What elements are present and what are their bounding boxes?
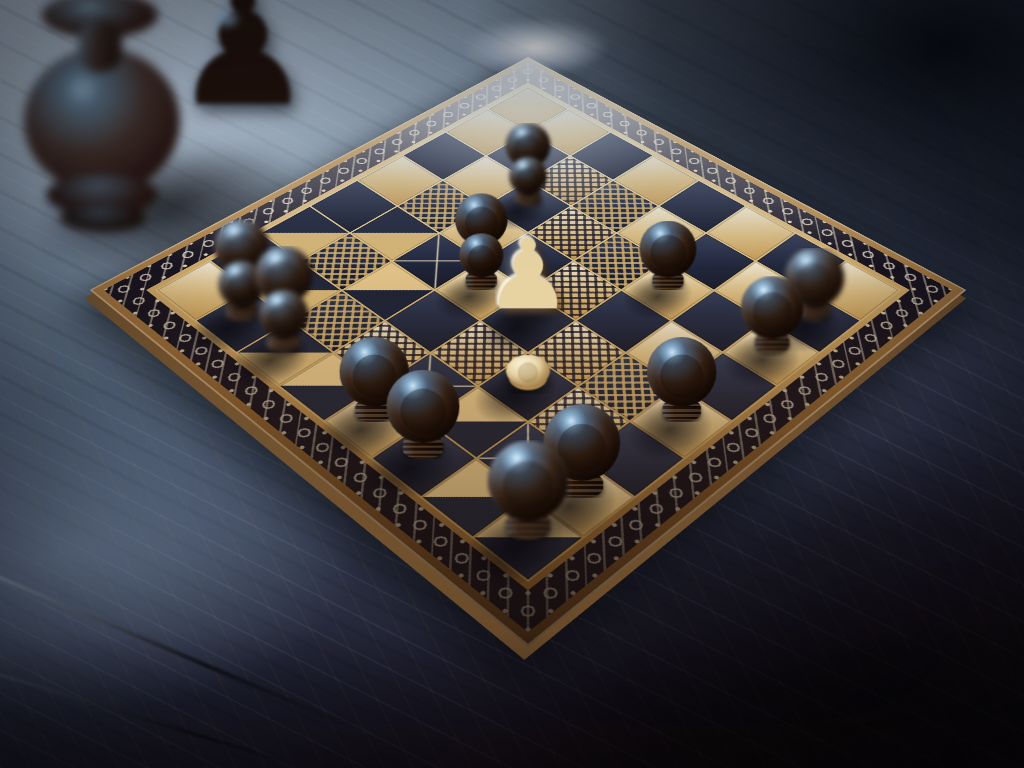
knob-ball-bottom: ● xyxy=(259,290,308,339)
dark-knob[interactable]: ● xyxy=(643,337,720,422)
frame-apex-light-glint xyxy=(438,8,633,86)
white-disc[interactable]: ● xyxy=(491,355,564,387)
dark-knob[interactable]: ● xyxy=(737,276,807,353)
board-perspective-wrap: ●●●●♟●●●●●●●●●●●●● xyxy=(0,0,1024,768)
dark-knob[interactable]: ● xyxy=(637,221,700,290)
knob-ball: ● xyxy=(640,221,697,278)
knob-ball: ● xyxy=(741,276,804,339)
knob-ball-bottom: ● xyxy=(509,157,547,195)
white-pawn[interactable]: ♟ xyxy=(495,228,561,320)
knob-ball: ● xyxy=(647,337,716,406)
knob-ball: ● xyxy=(386,370,459,443)
scene: ♟ ●●●●♟●●●●●●●●●●●●● xyxy=(0,0,1024,768)
dark-double-knob[interactable]: ●● xyxy=(249,246,319,353)
white-pawn-glyph: ♟ xyxy=(484,228,571,320)
dark-knob[interactable]: ● xyxy=(483,440,573,539)
game-board: ●●●●♟●●●●●●●●●●●●● xyxy=(90,57,967,647)
dark-knob[interactable]: ● xyxy=(382,370,463,459)
piece-layer: ●●●●♟●●●●●●●●●●●●● xyxy=(155,86,902,582)
white-disc-body: ● xyxy=(506,355,550,387)
knob-ball: ● xyxy=(488,440,569,521)
